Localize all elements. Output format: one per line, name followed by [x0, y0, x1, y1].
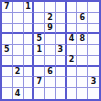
cell-r3c5[interactable]: 9	[45, 24, 56, 35]
cell-r6c2[interactable]	[13, 56, 24, 67]
cell-r3c7[interactable]	[67, 24, 78, 35]
cell-r9c9[interactable]	[88, 88, 99, 99]
cell-r8c4[interactable]: 7	[34, 77, 45, 88]
cell-r1c3[interactable]: 1	[24, 2, 35, 13]
cell-r9c5[interactable]	[45, 88, 56, 99]
cell-r5c4[interactable]: 1	[34, 45, 45, 56]
cell-r7c2[interactable]: 2	[13, 67, 24, 78]
cell-r4c1[interactable]	[2, 34, 13, 45]
cell-r3c3[interactable]	[24, 24, 35, 35]
cell-r4c6[interactable]	[56, 34, 67, 45]
cell-r4c2[interactable]	[13, 34, 24, 45]
cell-r4c8[interactable]: 8	[77, 34, 88, 45]
cell-r8c1[interactable]	[2, 77, 13, 88]
cell-r9c4[interactable]	[34, 88, 45, 99]
cell-r5c6[interactable]: 3	[56, 45, 67, 56]
cell-r5c3[interactable]	[24, 45, 35, 56]
sudoku-board: 71269548513226734	[0, 0, 101, 101]
cell-r5c2[interactable]	[13, 45, 24, 56]
cell-r1c2[interactable]	[13, 2, 24, 13]
cell-r8c6[interactable]	[56, 77, 67, 88]
cell-r2c8[interactable]: 6	[77, 13, 88, 24]
cell-r1c7[interactable]	[67, 2, 78, 13]
cell-r7c6[interactable]	[56, 67, 67, 78]
cell-r1c4[interactable]	[34, 2, 45, 13]
cell-r1c5[interactable]	[45, 2, 56, 13]
cell-r8c3[interactable]	[24, 77, 35, 88]
cell-r6c3[interactable]	[24, 56, 35, 67]
cell-r8c2[interactable]	[13, 77, 24, 88]
cell-r8c9[interactable]: 3	[88, 77, 99, 88]
cell-r2c9[interactable]	[88, 13, 99, 24]
cell-r2c2[interactable]	[13, 13, 24, 24]
cell-r7c5[interactable]: 6	[45, 67, 56, 78]
cell-r2c5[interactable]: 2	[45, 13, 56, 24]
cell-r6c6[interactable]	[56, 56, 67, 67]
cell-r2c7[interactable]	[67, 13, 78, 24]
cell-r7c3[interactable]	[24, 67, 35, 78]
cell-r4c5[interactable]	[45, 34, 56, 45]
cell-r3c6[interactable]	[56, 24, 67, 35]
cell-r1c1[interactable]: 7	[2, 2, 13, 13]
cell-r2c6[interactable]	[56, 13, 67, 24]
cell-r3c8[interactable]	[77, 24, 88, 35]
cell-r4c7[interactable]: 4	[67, 34, 78, 45]
cell-r3c2[interactable]	[13, 24, 24, 35]
cell-r1c8[interactable]	[77, 2, 88, 13]
cell-r8c7[interactable]	[67, 77, 78, 88]
cell-r9c2[interactable]: 4	[13, 88, 24, 99]
cell-r9c3[interactable]	[24, 88, 35, 99]
cell-r2c3[interactable]	[24, 13, 35, 24]
cell-r4c3[interactable]	[24, 34, 35, 45]
cell-r1c6[interactable]	[56, 2, 67, 13]
cell-r1c9[interactable]	[88, 2, 99, 13]
cell-r7c4[interactable]	[34, 67, 45, 78]
cell-r6c1[interactable]	[2, 56, 13, 67]
cell-r6c4[interactable]	[34, 56, 45, 67]
cell-r5c9[interactable]	[88, 45, 99, 56]
cell-r3c1[interactable]	[2, 24, 13, 35]
cell-r3c4[interactable]	[34, 24, 45, 35]
cell-r6c8[interactable]	[77, 56, 88, 67]
cell-r6c9[interactable]	[88, 56, 99, 67]
cell-r5c7[interactable]	[67, 45, 78, 56]
cell-r9c8[interactable]	[77, 88, 88, 99]
cell-r9c7[interactable]	[67, 88, 78, 99]
cell-r6c5[interactable]	[45, 56, 56, 67]
cell-r8c5[interactable]	[45, 77, 56, 88]
cell-r2c1[interactable]	[2, 13, 13, 24]
cell-r7c8[interactable]	[77, 67, 88, 78]
cell-r5c8[interactable]	[77, 45, 88, 56]
cell-r6c7[interactable]: 2	[67, 56, 78, 67]
cell-r2c4[interactable]	[34, 13, 45, 24]
cell-r7c9[interactable]	[88, 67, 99, 78]
cell-r4c4[interactable]: 5	[34, 34, 45, 45]
cell-r8c8[interactable]	[77, 77, 88, 88]
cell-r3c9[interactable]	[88, 24, 99, 35]
cell-r9c6[interactable]	[56, 88, 67, 99]
cell-r7c7[interactable]	[67, 67, 78, 78]
cell-r9c1[interactable]	[2, 88, 13, 99]
cell-r4c9[interactable]	[88, 34, 99, 45]
cell-r7c1[interactable]	[2, 67, 13, 78]
cell-r5c1[interactable]: 5	[2, 45, 13, 56]
cell-r5c5[interactable]	[45, 45, 56, 56]
